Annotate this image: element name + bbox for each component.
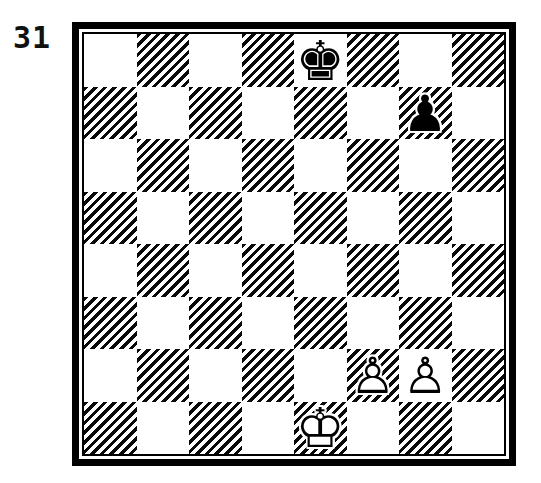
square-a8 xyxy=(84,34,137,87)
square-e7 xyxy=(294,87,347,140)
square-b6 xyxy=(137,139,190,192)
square-b7 xyxy=(137,87,190,140)
square-d7 xyxy=(242,87,295,140)
square-c1 xyxy=(189,402,242,455)
square-h1 xyxy=(452,402,505,455)
square-h8 xyxy=(452,34,505,87)
chess-board-grid: ♚♟♟♙♟♙♚♔ xyxy=(84,34,504,454)
square-e1: ♚♔ xyxy=(294,402,347,455)
square-d1 xyxy=(242,402,295,455)
square-e4 xyxy=(294,244,347,297)
square-e5 xyxy=(294,192,347,245)
square-d2 xyxy=(242,349,295,402)
square-c2 xyxy=(189,349,242,402)
square-h7 xyxy=(452,87,505,140)
white-king-e1: ♚♔ xyxy=(294,402,347,455)
square-h3 xyxy=(452,297,505,350)
black-pawn-g7: ♟ xyxy=(399,87,452,140)
square-c6 xyxy=(189,139,242,192)
white-pawn-outline-glyph: ♙ xyxy=(399,350,452,403)
square-h5 xyxy=(452,192,505,245)
black-king-e8: ♚ xyxy=(294,34,347,87)
square-e8: ♚ xyxy=(294,34,347,87)
square-f5 xyxy=(347,192,400,245)
square-g6 xyxy=(399,139,452,192)
square-f6 xyxy=(347,139,400,192)
square-d8 xyxy=(242,34,295,87)
square-c7 xyxy=(189,87,242,140)
square-f4 xyxy=(347,244,400,297)
square-f8 xyxy=(347,34,400,87)
square-a5 xyxy=(84,192,137,245)
square-a2 xyxy=(84,349,137,402)
black-king-glyph: ♚ xyxy=(294,35,347,88)
white-pawn-outline-glyph: ♙ xyxy=(347,350,400,403)
square-a4 xyxy=(84,244,137,297)
square-f1 xyxy=(347,402,400,455)
square-g8 xyxy=(399,34,452,87)
square-c4 xyxy=(189,244,242,297)
square-b8 xyxy=(137,34,190,87)
square-c8 xyxy=(189,34,242,87)
square-d4 xyxy=(242,244,295,297)
square-h2 xyxy=(452,349,505,402)
chess-board-frame: ♚♟♟♙♟♙♚♔ xyxy=(82,32,506,456)
square-c5 xyxy=(189,192,242,245)
diagram-page: 31 ♚♟♟♙♟♙♚♔ xyxy=(0,0,541,483)
white-pawn-g2: ♟♙ xyxy=(399,349,452,402)
square-g1 xyxy=(399,402,452,455)
diagram-number: 31 xyxy=(13,20,51,55)
square-h6 xyxy=(452,139,505,192)
square-b1 xyxy=(137,402,190,455)
square-b4 xyxy=(137,244,190,297)
square-g2: ♟♙ xyxy=(399,349,452,402)
black-pawn-glyph: ♟ xyxy=(399,88,452,141)
square-g5 xyxy=(399,192,452,245)
square-f7 xyxy=(347,87,400,140)
square-f3 xyxy=(347,297,400,350)
square-d6 xyxy=(242,139,295,192)
square-a1 xyxy=(84,402,137,455)
white-pawn-f2: ♟♙ xyxy=(347,349,400,402)
square-d5 xyxy=(242,192,295,245)
square-c3 xyxy=(189,297,242,350)
white-king-outline-glyph: ♔ xyxy=(294,403,347,456)
square-e2 xyxy=(294,349,347,402)
square-a7 xyxy=(84,87,137,140)
square-a3 xyxy=(84,297,137,350)
square-d3 xyxy=(242,297,295,350)
square-g3 xyxy=(399,297,452,350)
square-g7: ♟ xyxy=(399,87,452,140)
square-g4 xyxy=(399,244,452,297)
square-b3 xyxy=(137,297,190,350)
square-a6 xyxy=(84,139,137,192)
square-h4 xyxy=(452,244,505,297)
chess-board: ♚♟♟♙♟♙♚♔ xyxy=(72,22,516,466)
square-f2: ♟♙ xyxy=(347,349,400,402)
square-b5 xyxy=(137,192,190,245)
square-e3 xyxy=(294,297,347,350)
square-e6 xyxy=(294,139,347,192)
square-b2 xyxy=(137,349,190,402)
